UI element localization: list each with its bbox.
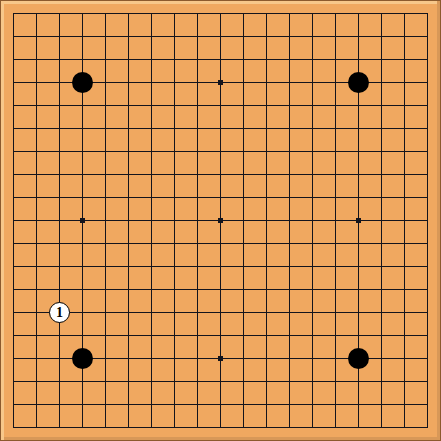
intersection-o11[interactable] [301,186,324,209]
intersection-b18[interactable] [25,25,48,48]
intersection-c3[interactable] [48,370,71,393]
intersection-b13[interactable] [25,140,48,163]
intersection-c8[interactable] [48,255,71,278]
intersection-l6[interactable] [232,301,255,324]
intersection-n9[interactable] [278,232,301,255]
intersection-k15[interactable] [209,94,232,117]
intersection-r18[interactable] [370,25,393,48]
intersection-n18[interactable] [278,25,301,48]
intersection-d18[interactable] [71,25,94,48]
intersection-e17[interactable] [94,48,117,71]
intersection-d14[interactable] [71,117,94,140]
intersection-s1[interactable] [393,416,416,439]
intersection-c7[interactable] [48,278,71,301]
intersection-r15[interactable] [370,94,393,117]
intersection-m19[interactable] [255,2,278,25]
intersection-h1[interactable] [163,416,186,439]
intersection-a4[interactable] [2,347,25,370]
intersection-m11[interactable] [255,186,278,209]
intersection-s16[interactable] [393,71,416,94]
intersection-m7[interactable] [255,278,278,301]
intersection-m9[interactable] [255,232,278,255]
intersection-n16[interactable] [278,71,301,94]
intersection-r12[interactable] [370,163,393,186]
intersection-f19[interactable] [117,2,140,25]
intersection-j8[interactable] [186,255,209,278]
intersection-a10[interactable] [2,209,25,232]
intersection-l8[interactable] [232,255,255,278]
intersection-q9[interactable] [347,232,370,255]
intersection-b9[interactable] [25,232,48,255]
intersection-h4[interactable] [163,347,186,370]
intersection-t14[interactable] [416,117,439,140]
intersection-a1[interactable] [2,416,25,439]
intersection-a15[interactable] [2,94,25,117]
intersection-f10[interactable] [117,209,140,232]
intersection-b7[interactable] [25,278,48,301]
intersection-f1[interactable] [117,416,140,439]
intersection-t18[interactable] [416,25,439,48]
intersection-t11[interactable] [416,186,439,209]
intersection-p15[interactable] [324,94,347,117]
intersection-g6[interactable] [140,301,163,324]
intersection-h12[interactable] [163,163,186,186]
intersection-t13[interactable] [416,140,439,163]
intersection-f16[interactable] [117,71,140,94]
intersection-p7[interactable] [324,278,347,301]
intersection-a5[interactable] [2,324,25,347]
intersection-k1[interactable] [209,416,232,439]
intersection-n10[interactable] [278,209,301,232]
intersection-e13[interactable] [94,140,117,163]
intersection-g13[interactable] [140,140,163,163]
intersection-s5[interactable] [393,324,416,347]
intersection-a9[interactable] [2,232,25,255]
intersection-o10[interactable] [301,209,324,232]
intersection-e11[interactable] [94,186,117,209]
intersection-n17[interactable] [278,48,301,71]
intersection-k4[interactable] [209,347,232,370]
intersection-d1[interactable] [71,416,94,439]
intersection-o12[interactable] [301,163,324,186]
intersection-b1[interactable] [25,416,48,439]
intersection-f5[interactable] [117,324,140,347]
intersection-l7[interactable] [232,278,255,301]
intersection-l4[interactable] [232,347,255,370]
intersection-c19[interactable] [48,2,71,25]
intersection-p2[interactable] [324,393,347,416]
intersection-s9[interactable] [393,232,416,255]
intersection-q1[interactable] [347,416,370,439]
intersection-j10[interactable] [186,209,209,232]
intersection-o3[interactable] [301,370,324,393]
intersection-n4[interactable] [278,347,301,370]
intersection-q13[interactable] [347,140,370,163]
intersection-o1[interactable] [301,416,324,439]
intersection-c2[interactable] [48,393,71,416]
intersection-e9[interactable] [94,232,117,255]
intersection-b17[interactable] [25,48,48,71]
intersection-g17[interactable] [140,48,163,71]
intersection-s18[interactable] [393,25,416,48]
intersection-q11[interactable] [347,186,370,209]
intersection-g4[interactable] [140,347,163,370]
intersection-h10[interactable] [163,209,186,232]
intersection-k10[interactable] [209,209,232,232]
intersection-r16[interactable] [370,71,393,94]
intersection-g12[interactable] [140,163,163,186]
intersection-d6[interactable] [71,301,94,324]
intersection-f15[interactable] [117,94,140,117]
intersection-e8[interactable] [94,255,117,278]
intersection-o16[interactable] [301,71,324,94]
intersection-b8[interactable] [25,255,48,278]
intersection-s11[interactable] [393,186,416,209]
intersection-s7[interactable] [393,278,416,301]
intersection-g8[interactable] [140,255,163,278]
intersection-m8[interactable] [255,255,278,278]
intersection-c4[interactable] [48,347,71,370]
intersection-g2[interactable] [140,393,163,416]
intersection-d17[interactable] [71,48,94,71]
intersection-m13[interactable] [255,140,278,163]
intersection-g14[interactable] [140,117,163,140]
intersection-d19[interactable] [71,2,94,25]
intersection-r14[interactable] [370,117,393,140]
intersection-f12[interactable] [117,163,140,186]
intersection-e3[interactable] [94,370,117,393]
intersection-p11[interactable] [324,186,347,209]
intersection-c16[interactable] [48,71,71,94]
intersection-j16[interactable] [186,71,209,94]
intersection-m4[interactable] [255,347,278,370]
intersection-o7[interactable] [301,278,324,301]
intersection-l14[interactable] [232,117,255,140]
intersection-b10[interactable] [25,209,48,232]
intersection-b15[interactable] [25,94,48,117]
intersection-r1[interactable] [370,416,393,439]
intersection-b5[interactable] [25,324,48,347]
intersection-b4[interactable] [25,347,48,370]
intersection-a16[interactable] [2,71,25,94]
intersection-g15[interactable] [140,94,163,117]
intersection-m1[interactable] [255,416,278,439]
intersection-k18[interactable] [209,25,232,48]
intersection-k6[interactable] [209,301,232,324]
intersection-p12[interactable] [324,163,347,186]
intersection-e12[interactable] [94,163,117,186]
intersection-s10[interactable] [393,209,416,232]
intersection-p4[interactable] [324,347,347,370]
intersection-b16[interactable] [25,71,48,94]
intersection-c1[interactable] [48,416,71,439]
intersection-m12[interactable] [255,163,278,186]
intersection-e7[interactable] [94,278,117,301]
intersection-d2[interactable] [71,393,94,416]
intersection-l2[interactable] [232,393,255,416]
intersection-b14[interactable] [25,117,48,140]
intersection-t16[interactable] [416,71,439,94]
intersection-p9[interactable] [324,232,347,255]
intersection-k8[interactable] [209,255,232,278]
intersection-m10[interactable] [255,209,278,232]
intersection-n14[interactable] [278,117,301,140]
intersection-n6[interactable] [278,301,301,324]
intersection-p10[interactable] [324,209,347,232]
intersection-r6[interactable] [370,301,393,324]
intersection-h13[interactable] [163,140,186,163]
intersection-k19[interactable] [209,2,232,25]
intersection-n1[interactable] [278,416,301,439]
intersection-t6[interactable] [416,301,439,324]
intersection-d10[interactable] [71,209,94,232]
intersection-o8[interactable] [301,255,324,278]
intersection-r8[interactable] [370,255,393,278]
intersection-m18[interactable] [255,25,278,48]
intersection-r19[interactable] [370,2,393,25]
intersection-p5[interactable] [324,324,347,347]
intersection-g11[interactable] [140,186,163,209]
intersection-e5[interactable] [94,324,117,347]
intersection-d8[interactable] [71,255,94,278]
intersection-j2[interactable] [186,393,209,416]
intersection-a2[interactable] [2,393,25,416]
intersection-d15[interactable] [71,94,94,117]
intersection-r11[interactable] [370,186,393,209]
intersection-g19[interactable] [140,2,163,25]
intersection-d3[interactable] [71,370,94,393]
intersection-t7[interactable] [416,278,439,301]
intersection-o13[interactable] [301,140,324,163]
intersection-n2[interactable] [278,393,301,416]
intersection-p17[interactable] [324,48,347,71]
intersection-j17[interactable] [186,48,209,71]
intersection-t8[interactable] [416,255,439,278]
intersection-s13[interactable] [393,140,416,163]
intersection-c5[interactable] [48,324,71,347]
intersection-c17[interactable] [48,48,71,71]
intersection-q19[interactable] [347,2,370,25]
intersection-o18[interactable] [301,25,324,48]
intersection-d13[interactable] [71,140,94,163]
intersection-q7[interactable] [347,278,370,301]
intersection-a13[interactable] [2,140,25,163]
intersection-o14[interactable] [301,117,324,140]
intersection-r9[interactable] [370,232,393,255]
intersection-q3[interactable] [347,370,370,393]
intersection-q16[interactable] [347,71,370,94]
intersection-g10[interactable] [140,209,163,232]
intersection-a14[interactable] [2,117,25,140]
intersection-h15[interactable] [163,94,186,117]
intersection-e2[interactable] [94,393,117,416]
intersection-k12[interactable] [209,163,232,186]
intersection-h19[interactable] [163,2,186,25]
intersection-h18[interactable] [163,25,186,48]
intersection-l3[interactable] [232,370,255,393]
intersection-c18[interactable] [48,25,71,48]
intersection-e18[interactable] [94,25,117,48]
intersection-q14[interactable] [347,117,370,140]
intersection-f13[interactable] [117,140,140,163]
intersection-d12[interactable] [71,163,94,186]
intersection-m16[interactable] [255,71,278,94]
intersection-l10[interactable] [232,209,255,232]
intersection-q18[interactable] [347,25,370,48]
intersection-s2[interactable] [393,393,416,416]
intersection-b2[interactable] [25,393,48,416]
intersection-c15[interactable] [48,94,71,117]
intersection-r4[interactable] [370,347,393,370]
intersection-m2[interactable] [255,393,278,416]
intersection-k9[interactable] [209,232,232,255]
intersection-t12[interactable] [416,163,439,186]
intersection-g5[interactable] [140,324,163,347]
intersection-m14[interactable] [255,117,278,140]
intersection-o19[interactable] [301,2,324,25]
intersection-t1[interactable] [416,416,439,439]
intersection-t5[interactable] [416,324,439,347]
intersection-p1[interactable] [324,416,347,439]
intersection-m5[interactable] [255,324,278,347]
intersection-e4[interactable] [94,347,117,370]
intersection-b3[interactable] [25,370,48,393]
intersection-d5[interactable] [71,324,94,347]
intersection-n15[interactable] [278,94,301,117]
intersection-m3[interactable] [255,370,278,393]
intersection-c14[interactable] [48,117,71,140]
intersection-g16[interactable] [140,71,163,94]
intersection-c9[interactable] [48,232,71,255]
intersection-g18[interactable] [140,25,163,48]
intersection-e16[interactable] [94,71,117,94]
intersection-e15[interactable] [94,94,117,117]
intersection-o2[interactable] [301,393,324,416]
intersection-h14[interactable] [163,117,186,140]
intersection-k3[interactable] [209,370,232,393]
intersection-q8[interactable] [347,255,370,278]
intersection-l12[interactable] [232,163,255,186]
intersection-l5[interactable] [232,324,255,347]
intersection-h8[interactable] [163,255,186,278]
intersection-j5[interactable] [186,324,209,347]
intersection-k13[interactable] [209,140,232,163]
intersection-c11[interactable] [48,186,71,209]
intersection-r3[interactable] [370,370,393,393]
intersection-r5[interactable] [370,324,393,347]
intersection-j11[interactable] [186,186,209,209]
intersection-j14[interactable] [186,117,209,140]
intersection-l11[interactable] [232,186,255,209]
intersection-l18[interactable] [232,25,255,48]
intersection-t19[interactable] [416,2,439,25]
intersection-o17[interactable] [301,48,324,71]
intersection-p13[interactable] [324,140,347,163]
intersection-a7[interactable] [2,278,25,301]
intersection-h16[interactable] [163,71,186,94]
intersection-b12[interactable] [25,163,48,186]
intersection-s14[interactable] [393,117,416,140]
intersection-e14[interactable] [94,117,117,140]
intersection-j9[interactable] [186,232,209,255]
intersection-f7[interactable] [117,278,140,301]
intersection-n3[interactable] [278,370,301,393]
intersection-b19[interactable] [25,2,48,25]
intersection-n8[interactable] [278,255,301,278]
intersection-o4[interactable] [301,347,324,370]
intersection-a12[interactable] [2,163,25,186]
intersection-s15[interactable] [393,94,416,117]
intersection-f9[interactable] [117,232,140,255]
intersection-s17[interactable] [393,48,416,71]
intersection-t9[interactable] [416,232,439,255]
intersection-a6[interactable] [2,301,25,324]
intersection-j7[interactable] [186,278,209,301]
intersection-f17[interactable] [117,48,140,71]
intersection-g1[interactable] [140,416,163,439]
intersection-t15[interactable] [416,94,439,117]
intersection-p16[interactable] [324,71,347,94]
intersection-k14[interactable] [209,117,232,140]
intersection-g7[interactable] [140,278,163,301]
intersection-n5[interactable] [278,324,301,347]
intersection-a8[interactable] [2,255,25,278]
intersection-q4[interactable] [347,347,370,370]
intersection-h7[interactable] [163,278,186,301]
intersection-n13[interactable] [278,140,301,163]
intersection-q12[interactable] [347,163,370,186]
intersection-s3[interactable] [393,370,416,393]
intersection-k7[interactable] [209,278,232,301]
intersection-p6[interactable] [324,301,347,324]
intersection-k5[interactable] [209,324,232,347]
intersection-r2[interactable] [370,393,393,416]
intersection-e6[interactable] [94,301,117,324]
intersection-h2[interactable] [163,393,186,416]
intersection-f8[interactable] [117,255,140,278]
intersection-d16[interactable] [71,71,94,94]
intersection-d4[interactable] [71,347,94,370]
intersection-n11[interactable] [278,186,301,209]
intersection-j1[interactable] [186,416,209,439]
intersection-f18[interactable] [117,25,140,48]
intersection-t2[interactable] [416,393,439,416]
intersection-s4[interactable] [393,347,416,370]
intersection-l15[interactable] [232,94,255,117]
intersection-o15[interactable] [301,94,324,117]
intersection-j6[interactable] [186,301,209,324]
intersection-h17[interactable] [163,48,186,71]
intersection-n12[interactable] [278,163,301,186]
intersection-p18[interactable] [324,25,347,48]
intersection-o9[interactable] [301,232,324,255]
intersection-d11[interactable] [71,186,94,209]
intersection-f6[interactable] [117,301,140,324]
intersection-b6[interactable] [25,301,48,324]
intersection-h3[interactable] [163,370,186,393]
intersection-j4[interactable] [186,347,209,370]
intersection-j12[interactable] [186,163,209,186]
intersection-r13[interactable] [370,140,393,163]
intersection-l17[interactable] [232,48,255,71]
intersection-f2[interactable] [117,393,140,416]
intersection-h9[interactable] [163,232,186,255]
intersection-a18[interactable] [2,25,25,48]
intersection-k2[interactable] [209,393,232,416]
intersection-d9[interactable] [71,232,94,255]
intersection-a17[interactable] [2,48,25,71]
intersection-f14[interactable] [117,117,140,140]
